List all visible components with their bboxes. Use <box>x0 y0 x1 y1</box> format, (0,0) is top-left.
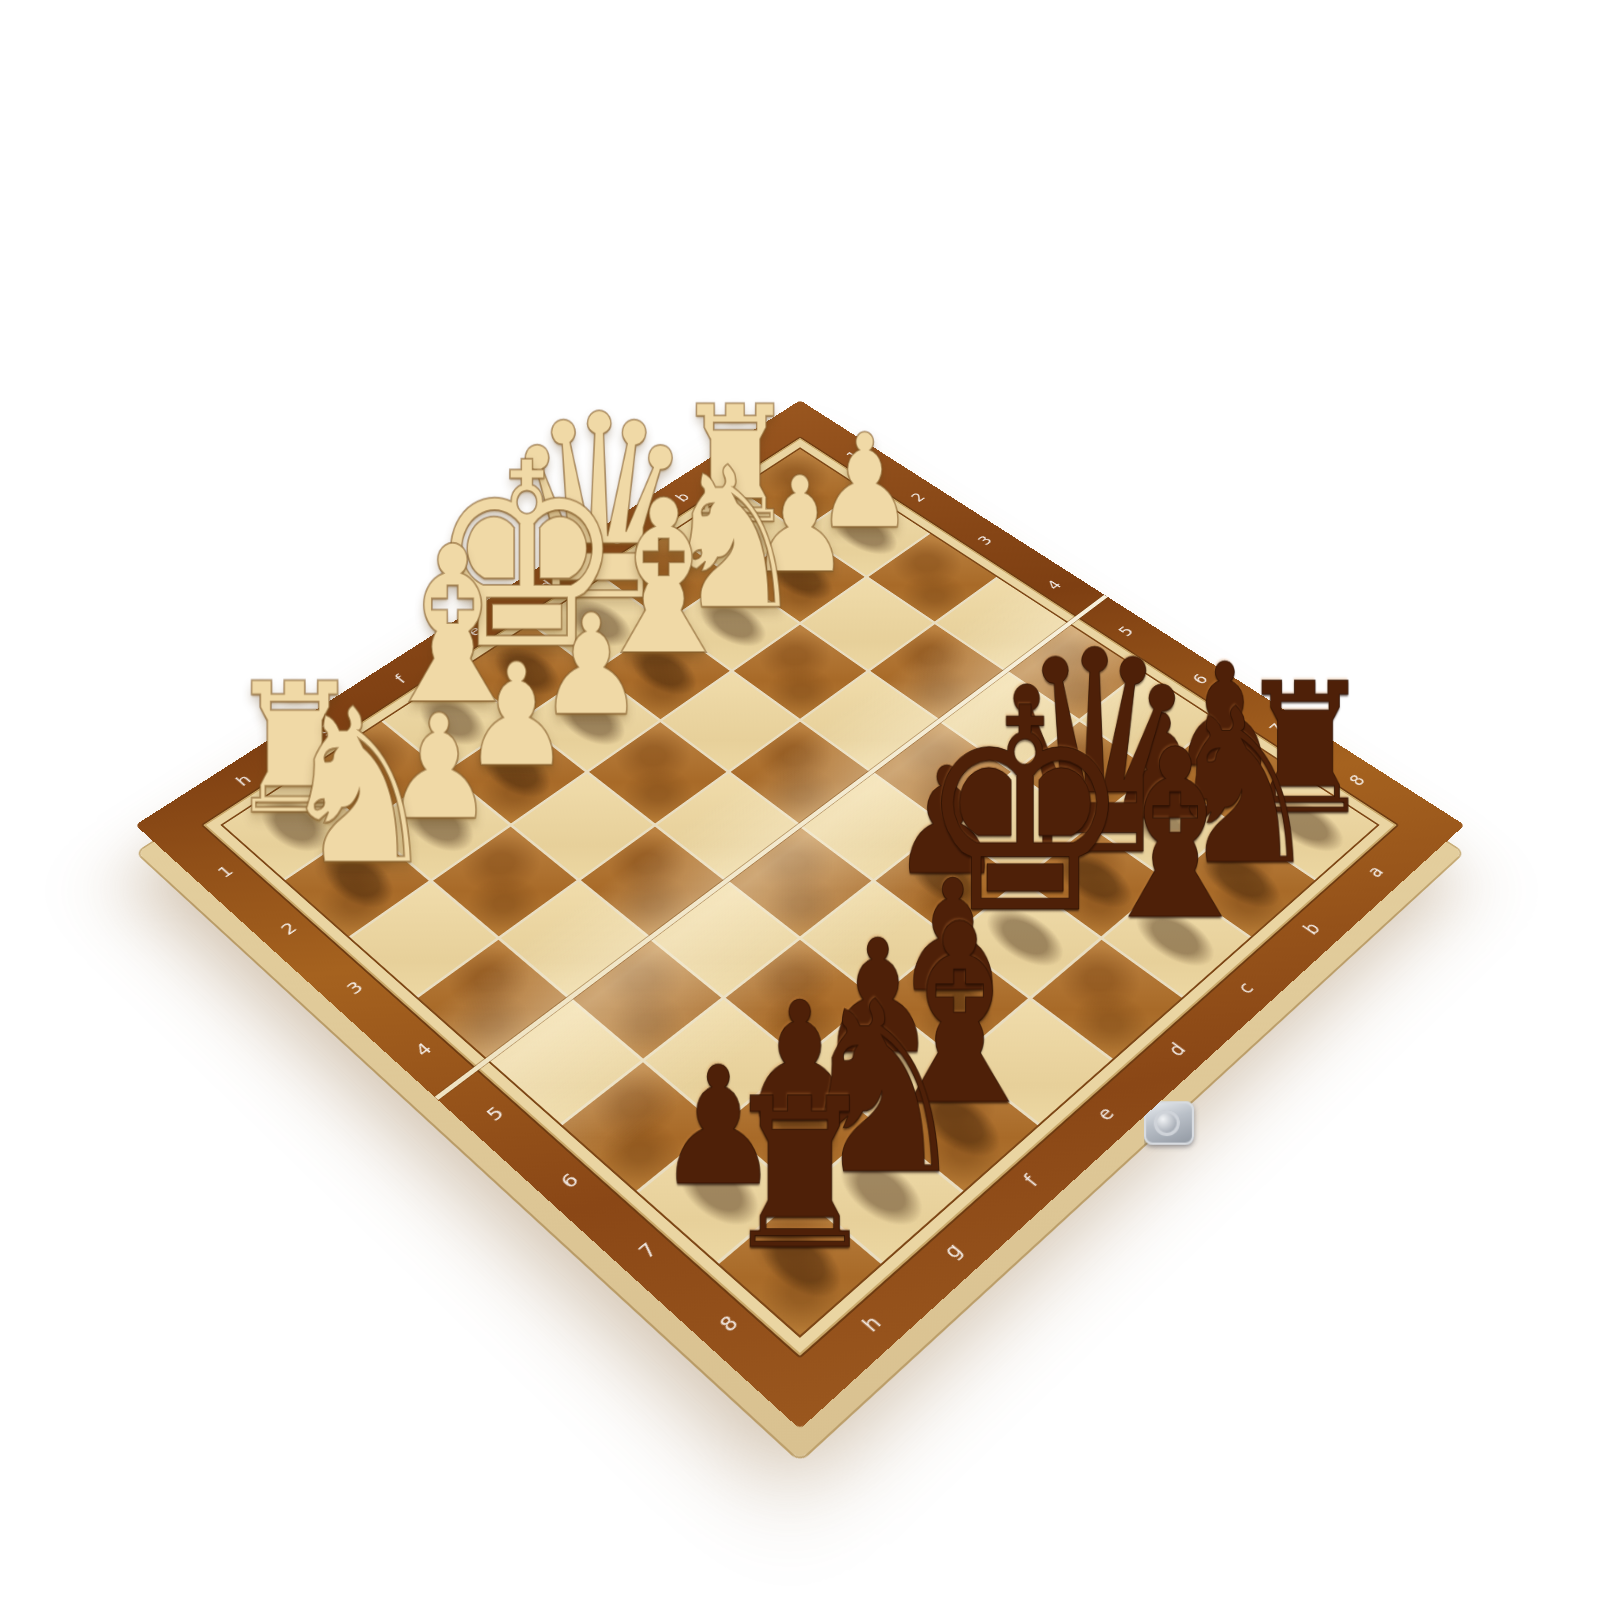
black-rook-glyph: ♜ <box>663 1071 938 1279</box>
latch-clasp-icon <box>1144 1101 1194 1145</box>
white-knight-glyph: ♞ <box>237 681 480 895</box>
scene-3d: 12345678 12345678 abcdefgh abcdefgh ♜♛♚♝… <box>0 0 1601 1601</box>
product-photo: 12345678 12345678 abcdefgh abcdefgh ♜♛♚♝… <box>0 0 1601 1601</box>
latch-barrel-icon <box>1154 1110 1180 1136</box>
chess-board: 12345678 12345678 abcdefgh abcdefgh ♜♛♚♝… <box>135 400 1464 1429</box>
